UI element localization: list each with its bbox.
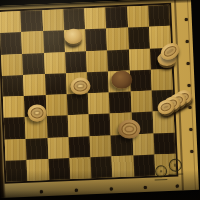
board-square[interactable] — [130, 91, 152, 113]
board-square[interactable] — [47, 137, 69, 159]
board-square[interactable] — [27, 159, 49, 181]
board-square[interactable] — [0, 11, 21, 33]
nail-head — [187, 62, 190, 65]
board-square[interactable] — [90, 156, 112, 178]
nail-head — [185, 18, 188, 21]
nail-head — [75, 189, 78, 192]
board-square[interactable] — [88, 92, 110, 114]
nail-head — [144, 186, 147, 189]
board-square[interactable] — [46, 115, 68, 137]
nail-head — [176, 185, 179, 188]
board-square[interactable] — [128, 27, 150, 49]
board-square[interactable] — [67, 115, 89, 137]
board-square[interactable] — [5, 138, 27, 160]
board-square[interactable] — [3, 96, 25, 118]
board-square[interactable] — [85, 29, 107, 51]
nail-head — [110, 187, 113, 190]
board-square[interactable] — [63, 8, 85, 30]
maker-stamp-text — [154, 179, 167, 181]
board-square[interactable] — [42, 9, 64, 31]
board-square[interactable] — [151, 69, 173, 91]
board-square[interactable] — [133, 154, 155, 176]
nail-head — [186, 40, 189, 43]
checkers-grid — [0, 3, 178, 184]
board-square[interactable] — [43, 30, 65, 52]
checkers-board-photo — [0, 0, 200, 200]
board-square[interactable] — [107, 49, 129, 71]
board-square[interactable] — [90, 135, 112, 157]
board-square[interactable] — [86, 50, 108, 72]
board-square[interactable] — [84, 7, 106, 29]
nail-head — [189, 128, 192, 131]
board-square[interactable] — [129, 69, 151, 91]
nail-head — [40, 190, 43, 193]
board-square[interactable] — [21, 10, 43, 32]
board-square[interactable] — [48, 158, 70, 180]
board-square[interactable] — [109, 92, 131, 114]
board-square[interactable] — [105, 7, 127, 29]
board-square[interactable] — [44, 73, 66, 95]
board-square[interactable] — [68, 136, 90, 158]
board-square[interactable] — [87, 71, 109, 93]
nail-head — [190, 150, 193, 153]
board-square[interactable] — [23, 74, 45, 96]
board-square[interactable] — [1, 54, 23, 76]
nail-head — [188, 106, 191, 109]
board-square[interactable] — [4, 117, 26, 139]
board-square[interactable] — [106, 28, 128, 50]
maker-stamp-icon — [168, 158, 182, 172]
board-square[interactable] — [127, 6, 149, 28]
board-square[interactable] — [148, 5, 170, 27]
board-square[interactable] — [21, 31, 43, 53]
board-square[interactable] — [112, 155, 134, 177]
board-square[interactable] — [2, 75, 24, 97]
board-square[interactable] — [44, 52, 66, 74]
board-square[interactable] — [89, 114, 111, 136]
board-square[interactable] — [0, 32, 22, 54]
board-square[interactable] — [45, 94, 67, 116]
wooden-board — [0, 0, 199, 198]
board-square[interactable] — [22, 53, 44, 75]
nail-head — [187, 84, 190, 87]
board-square[interactable] — [153, 132, 175, 154]
board-square[interactable] — [65, 51, 87, 73]
board-square[interactable] — [6, 160, 28, 182]
board-square[interactable] — [69, 157, 91, 179]
board-square[interactable] — [26, 138, 48, 160]
board-square[interactable] — [128, 48, 150, 70]
board-square[interactable] — [67, 93, 89, 115]
